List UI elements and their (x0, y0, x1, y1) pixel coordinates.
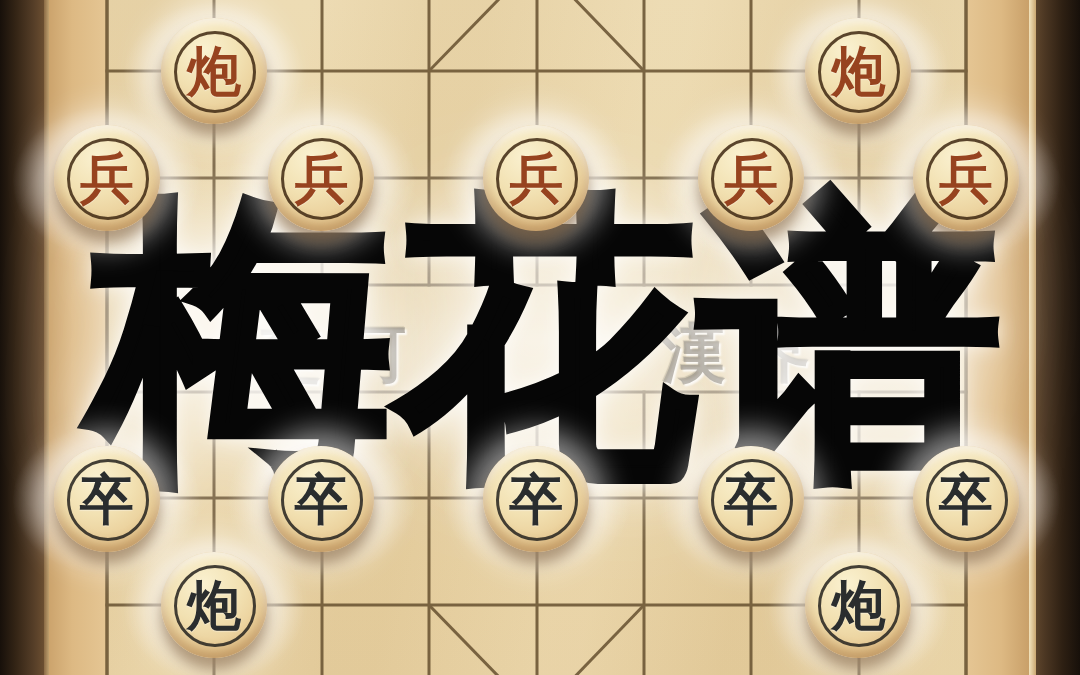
piece-char: 炮 (187, 45, 241, 99)
piece-char: 卒 (939, 473, 993, 527)
piece-char: 兵 (294, 152, 348, 206)
piece-black-soldier-f7r7[interactable]: 卒 (698, 446, 804, 552)
frame-bevel-left (44, 0, 49, 675)
piece-red-soldier-f5r4[interactable]: 兵 (483, 125, 589, 231)
piece-black-soldier-f3r7[interactable]: 卒 (268, 446, 374, 552)
piece-char: 卒 (724, 473, 778, 527)
piece-red-soldier-f7r4[interactable]: 兵 (698, 125, 804, 231)
piece-char: 兵 (80, 152, 134, 206)
piece-black-cannon-f8r8[interactable]: 炮 (805, 552, 911, 658)
piece-black-soldier-f9r7[interactable]: 卒 (913, 446, 1019, 552)
piece-black-cannon-f2r8[interactable]: 炮 (161, 552, 267, 658)
piece-char: 兵 (509, 152, 563, 206)
piece-red-cannon-f8r3[interactable]: 炮 (805, 18, 911, 124)
pieces-layer: 炮炮兵兵兵兵兵卒卒卒卒卒炮炮 (53, 18, 1020, 659)
piece-char: 炮 (831, 579, 885, 633)
piece-char: 炮 (831, 45, 885, 99)
piece-red-soldier-f9r4[interactable]: 兵 (913, 125, 1019, 231)
piece-black-soldier-f1r7[interactable]: 卒 (54, 446, 160, 552)
piece-char: 炮 (187, 579, 241, 633)
frame-bevel-right (1029, 0, 1036, 675)
piece-char: 兵 (724, 152, 778, 206)
piece-char: 卒 (80, 473, 134, 527)
piece-red-cannon-f2r3[interactable]: 炮 (161, 18, 267, 124)
wood-frame-right (1036, 0, 1080, 675)
piece-char: 卒 (294, 473, 348, 527)
xiangqi-board-screenshot: 楚河 漢界 梅花谱 炮炮兵兵兵兵兵卒卒卒卒卒炮炮 (0, 0, 1080, 675)
piece-char: 卒 (509, 473, 563, 527)
piece-char: 兵 (939, 152, 993, 206)
piece-red-soldier-f1r4[interactable]: 兵 (54, 125, 160, 231)
piece-black-soldier-f5r7[interactable]: 卒 (483, 446, 589, 552)
piece-red-soldier-f3r4[interactable]: 兵 (268, 125, 374, 231)
wood-frame-left (0, 0, 44, 675)
